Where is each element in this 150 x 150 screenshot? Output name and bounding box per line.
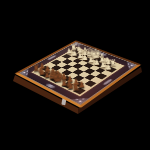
- photo-backdrop: ♜♞♝♛♚♝♞♜♟♟♟♟♟♟♟♟♟♟♟♟♟♟♟♟♜♞♝♛♚♝♞♜: [0, 0, 150, 150]
- square-h8[interactable]: ♜: [74, 88, 86, 95]
- chess-board: ♜♞♝♛♚♝♞♜♟♟♟♟♟♟♟♟♟♟♟♟♟♟♟♟♜♞♝♛♚♝♞♜: [15, 40, 142, 108]
- square-h4[interactable]: [96, 73, 107, 79]
- scene: ♜♞♝♛♚♝♞♜♟♟♟♟♟♟♟♟♟♟♟♟♟♟♟♟♜♞♝♛♚♝♞♜: [0, 0, 150, 150]
- square-h2[interactable]: ♟: [106, 67, 117, 73]
- piece-bR[interactable]: ♜: [65, 82, 88, 93]
- board-field: ♜♞♝♛♚♝♞♜♟♟♟♟♟♟♟♟♟♟♟♟♟♟♟♟♜♞♝♛♚♝♞♜: [34, 48, 121, 94]
- board-panel: ♜♞♝♛♚♝♞♜♟♟♟♟♟♟♟♟♟♟♟♟♟♟♟♟♜♞♝♛♚♝♞♜: [31, 47, 124, 96]
- piece-wP[interactable]: ♟: [98, 63, 119, 72]
